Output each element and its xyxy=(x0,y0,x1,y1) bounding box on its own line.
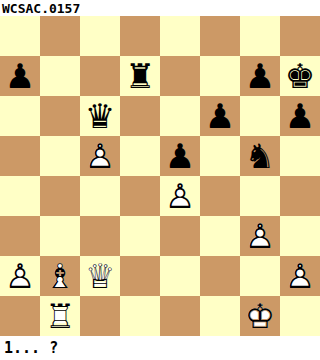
piece-glyph: ♜ xyxy=(120,56,160,96)
square-b3[interactable] xyxy=(40,216,80,256)
black-pawn[interactable]: ♟ xyxy=(160,136,200,176)
black-pawn[interactable]: ♟ xyxy=(0,56,40,96)
black-queen[interactable]: ♛ xyxy=(80,96,120,136)
black-pawn[interactable]: ♟ xyxy=(200,96,240,136)
square-c2[interactable]: ♛♕ xyxy=(80,256,120,296)
square-h3[interactable] xyxy=(280,216,320,256)
piece-outline: ♖ xyxy=(40,296,80,336)
square-c5[interactable]: ♟♙ xyxy=(80,136,120,176)
piece-outline: ♙ xyxy=(160,176,200,216)
piece-glyph: ♟ xyxy=(240,56,280,96)
square-c3[interactable] xyxy=(80,216,120,256)
square-e2[interactable] xyxy=(160,256,200,296)
piece-glyph: ♟ xyxy=(160,136,200,176)
piece-glyph: ♚ xyxy=(280,56,320,96)
white-pawn[interactable]: ♟♙ xyxy=(280,256,320,296)
piece-glyph: ♟ xyxy=(0,56,40,96)
square-b8[interactable] xyxy=(40,16,80,56)
square-d1[interactable] xyxy=(120,296,160,336)
chess-board: ♟♜♟♚♛♟♟♟♙♟♞♟♙♟♙♟♙♝♗♛♕♟♙♜♖♚♔ xyxy=(0,16,320,336)
square-g5[interactable]: ♞ xyxy=(240,136,280,176)
square-c8[interactable] xyxy=(80,16,120,56)
square-d5[interactable] xyxy=(120,136,160,176)
square-h4[interactable] xyxy=(280,176,320,216)
black-knight[interactable]: ♞ xyxy=(240,136,280,176)
square-a1[interactable] xyxy=(0,296,40,336)
square-a2[interactable]: ♟♙ xyxy=(0,256,40,296)
square-b1[interactable]: ♜♖ xyxy=(40,296,80,336)
square-h2[interactable]: ♟♙ xyxy=(280,256,320,296)
square-b5[interactable] xyxy=(40,136,80,176)
square-b6[interactable] xyxy=(40,96,80,136)
piece-outline: ♙ xyxy=(240,216,280,256)
square-d4[interactable] xyxy=(120,176,160,216)
square-g7[interactable]: ♟ xyxy=(240,56,280,96)
white-bishop[interactable]: ♝♗ xyxy=(40,256,80,296)
piece-outline: ♗ xyxy=(40,256,80,296)
black-king[interactable]: ♚ xyxy=(280,56,320,96)
square-f1[interactable] xyxy=(200,296,240,336)
square-h5[interactable] xyxy=(280,136,320,176)
square-a5[interactable] xyxy=(0,136,40,176)
square-f6[interactable]: ♟ xyxy=(200,96,240,136)
piece-outline: ♙ xyxy=(280,256,320,296)
square-g6[interactable] xyxy=(240,96,280,136)
square-d3[interactable] xyxy=(120,216,160,256)
square-f7[interactable] xyxy=(200,56,240,96)
square-d6[interactable] xyxy=(120,96,160,136)
black-pawn[interactable]: ♟ xyxy=(240,56,280,96)
square-d2[interactable] xyxy=(120,256,160,296)
square-a4[interactable] xyxy=(0,176,40,216)
square-b2[interactable]: ♝♗ xyxy=(40,256,80,296)
white-pawn[interactable]: ♟♙ xyxy=(80,136,120,176)
square-e4[interactable]: ♟♙ xyxy=(160,176,200,216)
square-g1[interactable]: ♚♔ xyxy=(240,296,280,336)
square-a3[interactable] xyxy=(0,216,40,256)
white-pawn[interactable]: ♟♙ xyxy=(240,216,280,256)
square-f3[interactable] xyxy=(200,216,240,256)
square-f8[interactable] xyxy=(200,16,240,56)
square-f2[interactable] xyxy=(200,256,240,296)
puzzle-id-label: WCSAC.0157 xyxy=(0,0,320,16)
square-e7[interactable] xyxy=(160,56,200,96)
square-h1[interactable] xyxy=(280,296,320,336)
square-e5[interactable]: ♟ xyxy=(160,136,200,176)
square-g8[interactable] xyxy=(240,16,280,56)
black-rook[interactable]: ♜ xyxy=(120,56,160,96)
square-d8[interactable] xyxy=(120,16,160,56)
piece-glyph: ♟ xyxy=(280,96,320,136)
square-f5[interactable] xyxy=(200,136,240,176)
chess-puzzle-diagram: WCSAC.0157 ♟♜♟♚♛♟♟♟♙♟♞♟♙♟♙♟♙♝♗♛♕♟♙♜♖♚♔ 1… xyxy=(0,0,320,360)
square-f4[interactable] xyxy=(200,176,240,216)
piece-outline: ♕ xyxy=(80,256,120,296)
piece-glyph: ♞ xyxy=(240,136,280,176)
black-pawn[interactable]: ♟ xyxy=(280,96,320,136)
piece-glyph: ♛ xyxy=(80,96,120,136)
square-g2[interactable] xyxy=(240,256,280,296)
square-b7[interactable] xyxy=(40,56,80,96)
square-d7[interactable]: ♜ xyxy=(120,56,160,96)
square-e1[interactable] xyxy=(160,296,200,336)
square-b4[interactable] xyxy=(40,176,80,216)
piece-glyph: ♟ xyxy=(200,96,240,136)
white-pawn[interactable]: ♟♙ xyxy=(160,176,200,216)
square-e6[interactable] xyxy=(160,96,200,136)
piece-outline: ♔ xyxy=(240,296,280,336)
square-g4[interactable] xyxy=(240,176,280,216)
square-g3[interactable]: ♟♙ xyxy=(240,216,280,256)
white-rook[interactable]: ♜♖ xyxy=(40,296,80,336)
square-h8[interactable] xyxy=(280,16,320,56)
square-a6[interactable] xyxy=(0,96,40,136)
piece-outline: ♙ xyxy=(0,256,40,296)
white-queen[interactable]: ♛♕ xyxy=(80,256,120,296)
move-prompt: 1... ? xyxy=(0,336,320,360)
square-h7[interactable]: ♚ xyxy=(280,56,320,96)
square-c4[interactable] xyxy=(80,176,120,216)
square-e8[interactable] xyxy=(160,16,200,56)
white-king[interactable]: ♚♔ xyxy=(240,296,280,336)
square-c6[interactable]: ♛ xyxy=(80,96,120,136)
white-pawn[interactable]: ♟♙ xyxy=(0,256,40,296)
square-c7[interactable] xyxy=(80,56,120,96)
square-a7[interactable]: ♟ xyxy=(0,56,40,96)
square-c1[interactable] xyxy=(80,296,120,336)
square-h6[interactable]: ♟ xyxy=(280,96,320,136)
piece-outline: ♙ xyxy=(80,136,120,176)
square-a8[interactable] xyxy=(0,16,40,56)
square-e3[interactable] xyxy=(160,216,200,256)
